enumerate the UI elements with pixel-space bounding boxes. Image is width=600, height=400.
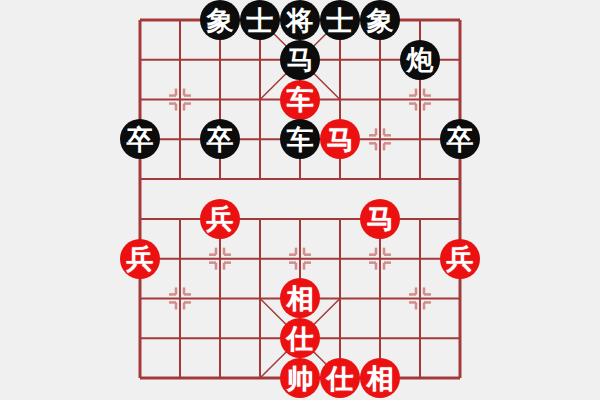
piece-black-horse[interactable]: 马 bbox=[280, 40, 320, 80]
xiangqi-app: 象士将士象马炮车卒卒车马卒兵马兵兵相仕帅仕相 bbox=[0, 0, 600, 400]
piece-red-horse[interactable]: 马 bbox=[360, 199, 400, 239]
piece-black-elephant[interactable]: 象 bbox=[200, 0, 240, 40]
piece-red-chariot[interactable]: 车 bbox=[280, 80, 320, 120]
piece-black-general[interactable]: 将 bbox=[280, 0, 320, 40]
piece-black-soldier[interactable]: 卒 bbox=[200, 119, 240, 159]
piece-red-soldier[interactable]: 兵 bbox=[440, 239, 480, 279]
piece-red-elephant[interactable]: 相 bbox=[360, 358, 400, 398]
piece-black-soldier[interactable]: 卒 bbox=[120, 119, 160, 159]
piece-black-cannon[interactable]: 炮 bbox=[400, 40, 440, 80]
piece-red-soldier[interactable]: 兵 bbox=[120, 239, 160, 279]
piece-red-horse[interactable]: 马 bbox=[320, 119, 360, 159]
piece-red-advisor[interactable]: 仕 bbox=[280, 318, 320, 358]
piece-black-advisor[interactable]: 士 bbox=[320, 0, 360, 40]
piece-red-soldier[interactable]: 兵 bbox=[200, 199, 240, 239]
piece-red-general[interactable]: 帅 bbox=[280, 358, 320, 398]
piece-layer: 象士将士象马炮车卒卒车马卒兵马兵兵相仕帅仕相 bbox=[0, 0, 600, 400]
piece-red-elephant[interactable]: 相 bbox=[280, 278, 320, 318]
piece-black-soldier[interactable]: 卒 bbox=[440, 119, 480, 159]
piece-black-elephant[interactable]: 象 bbox=[360, 0, 400, 40]
piece-black-advisor[interactable]: 士 bbox=[240, 0, 280, 40]
piece-red-advisor[interactable]: 仕 bbox=[320, 358, 360, 398]
piece-black-chariot[interactable]: 车 bbox=[280, 119, 320, 159]
